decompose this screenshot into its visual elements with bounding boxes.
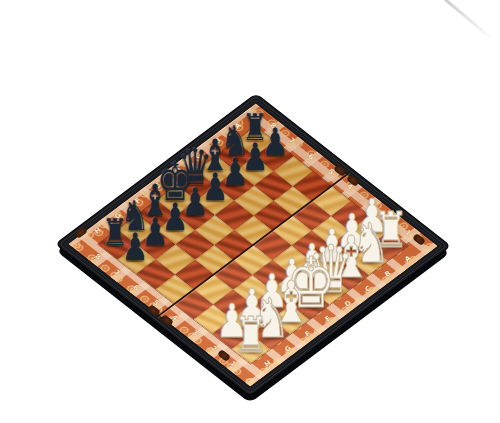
board-frame <box>56 94 450 396</box>
chess-set-photo: AABBCCDDEEFFGGHH1122334455667788 ♜♞♝♛♚♝♞… <box>0 0 500 423</box>
photo-glare <box>444 0 493 41</box>
